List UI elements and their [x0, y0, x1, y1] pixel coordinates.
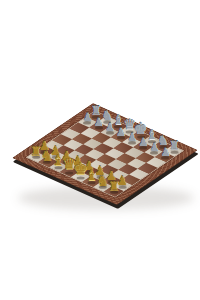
piece-silver-pawn: ♟	[149, 141, 159, 152]
pawn-icon: ♟	[106, 170, 117, 182]
piece-silver-pawn: ♟	[160, 146, 170, 157]
piece-gold-pawn: ♟	[61, 150, 72, 162]
pieces-layer: ♜♞♝♛♚♝♞♜♟♟♟♟♟♟♟♟♟♟♟♟♟♟♟♟♜♞♝♛♚♝♞♜	[0, 0, 200, 300]
queen-icon: ♛	[62, 157, 76, 173]
piece-base-shadow	[150, 151, 158, 154]
piece-silver-king: ♚	[134, 122, 148, 137]
rook-icon: ♜	[91, 105, 102, 117]
rook-icon: ♜	[169, 140, 180, 152]
piece-silver-pawn: ♟	[138, 136, 148, 147]
piece-silver-rook: ♜	[169, 140, 180, 152]
piece-gold-pawn: ♟	[50, 145, 61, 157]
pawn-icon: ♟	[149, 141, 159, 152]
piece-base-shadow	[95, 126, 103, 129]
piece-base-shadow	[110, 191, 118, 194]
pawn-icon: ♟	[50, 145, 61, 157]
piece-base-shadow	[85, 170, 93, 173]
piece-silver-bishop: ♝	[112, 113, 124, 126]
king-icon: ♚	[73, 161, 88, 178]
piece-gold-king: ♚	[73, 161, 88, 178]
piece-gold-pawn: ♟	[106, 170, 117, 182]
piece-base-shadow	[161, 156, 169, 159]
piece-base-shadow	[83, 121, 91, 124]
piece-base-shadow	[117, 136, 125, 139]
piece-base-shadow	[159, 145, 167, 148]
piece-base-shadow	[74, 165, 82, 168]
pawn-icon: ♟	[117, 175, 128, 187]
piece-silver-rook: ♜	[91, 105, 102, 117]
pawn-icon: ♟	[84, 160, 95, 172]
piece-base-shadow	[106, 131, 114, 134]
pawn-icon: ♟	[105, 121, 115, 132]
piece-base-shadow	[114, 125, 122, 128]
pawn-icon: ♟	[116, 126, 126, 137]
piece-silver-pawn: ♟	[94, 116, 104, 127]
piece-base-shadow	[118, 185, 126, 188]
pawn-icon: ♟	[82, 111, 92, 122]
piece-base-shadow	[32, 156, 40, 159]
piece-base-shadow	[137, 135, 145, 138]
piece-gold-pawn: ♟	[39, 140, 50, 152]
piece-gold-pawn: ♟	[95, 165, 106, 177]
piece-base-shadow	[76, 176, 84, 179]
piece-silver-knight: ♞	[101, 109, 113, 122]
pawn-icon: ♟	[94, 116, 104, 127]
rook-icon: ♜	[108, 180, 120, 193]
piece-base-shadow	[103, 120, 111, 123]
piece-gold-queen: ♛	[62, 157, 76, 173]
piece-base-shadow	[54, 166, 62, 169]
piece-base-shadow	[148, 140, 156, 143]
bishop-icon: ♝	[85, 168, 98, 183]
piece-gold-pawn: ♟	[84, 160, 95, 172]
piece-silver-pawn: ♟	[127, 131, 137, 142]
piece-base-shadow	[128, 141, 136, 144]
piece-base-shadow	[139, 146, 147, 149]
piece-gold-rook: ♜	[30, 145, 42, 158]
piece-silver-bishop: ♝	[146, 128, 158, 141]
rook-icon: ♜	[30, 145, 42, 158]
knight-icon: ♞	[41, 149, 54, 163]
piece-silver-knight: ♞	[157, 134, 169, 147]
piece-gold-rook: ♜	[108, 180, 120, 193]
piece-silver-pawn: ♟	[105, 121, 115, 132]
piece-base-shadow	[92, 115, 100, 118]
pawn-icon: ♟	[72, 155, 83, 167]
pawn-icon: ♟	[95, 165, 106, 177]
knight-icon: ♞	[96, 174, 109, 188]
pawn-icon: ♟	[127, 131, 137, 142]
knight-icon: ♞	[157, 134, 169, 147]
piece-base-shadow	[125, 130, 133, 133]
piece-gold-knight: ♞	[96, 174, 109, 188]
piece-base-shadow	[107, 180, 115, 183]
piece-base-shadow	[88, 181, 96, 184]
piece-gold-pawn: ♟	[117, 175, 128, 187]
pawn-icon: ♟	[61, 150, 72, 162]
pawn-icon: ♟	[160, 146, 170, 157]
piece-base-shadow	[170, 150, 178, 153]
queen-icon: ♛	[123, 117, 136, 131]
piece-base-shadow	[63, 160, 71, 163]
piece-silver-pawn: ♟	[82, 111, 92, 122]
chess-set-product-photo: ♜♞♝♛♚♝♞♜♟♟♟♟♟♟♟♟♟♟♟♟♟♟♟♟♜♞♝♛♚♝♞♜	[0, 0, 200, 300]
pawn-icon: ♟	[138, 136, 148, 147]
piece-gold-pawn: ♟	[72, 155, 83, 167]
piece-base-shadow	[96, 175, 104, 178]
piece-gold-bishop: ♝	[85, 168, 98, 183]
piece-base-shadow	[52, 155, 60, 158]
bishop-icon: ♝	[146, 128, 158, 141]
bishop-icon: ♝	[52, 153, 65, 168]
piece-base-shadow	[65, 171, 73, 174]
pawn-icon: ♟	[39, 140, 50, 152]
piece-base-shadow	[99, 186, 107, 189]
piece-silver-queen: ♛	[123, 117, 136, 131]
piece-base-shadow	[43, 161, 51, 164]
piece-base-shadow	[40, 150, 48, 153]
bishop-icon: ♝	[112, 113, 124, 126]
king-icon: ♚	[134, 122, 148, 137]
knight-icon: ♞	[101, 109, 113, 122]
piece-gold-knight: ♞	[41, 149, 54, 163]
piece-silver-pawn: ♟	[116, 126, 126, 137]
piece-gold-bishop: ♝	[52, 153, 65, 168]
